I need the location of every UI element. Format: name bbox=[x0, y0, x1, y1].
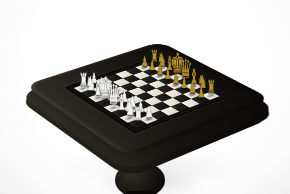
square-d1: ♛ bbox=[104, 103, 123, 112]
piece-contact-shadow bbox=[161, 78, 173, 83]
piece-contact-shadow bbox=[169, 83, 181, 88]
square-e1: ♚ bbox=[96, 98, 115, 107]
piece-contact-shadow bbox=[131, 120, 144, 126]
piece-contact-shadow bbox=[179, 79, 191, 84]
piece-contact-shadow bbox=[153, 74, 165, 79]
black-knight-b8: ♞ bbox=[192, 72, 211, 91]
board-frame: ♜♟♟♜♞♟♟♞♝♟♟♝♛♟♟♛♚♟♟♚♝♟♟♝♞♟♟♞♜♟♟♜ bbox=[64, 57, 230, 134]
piece-contact-shadow bbox=[114, 110, 127, 116]
black-bishop-f8: ♝ bbox=[160, 54, 178, 73]
piece-contact-shadow bbox=[171, 75, 183, 80]
pedestal-stem bbox=[126, 191, 154, 194]
square-h4 bbox=[105, 74, 123, 82]
piece-contact-shadow bbox=[84, 91, 97, 96]
square-h1: ♜ bbox=[74, 84, 92, 92]
piece-contact-shadow bbox=[99, 100, 112, 106]
chess-board: ♜♟♟♜♞♟♟♞♝♟♟♝♛♟♟♛♚♟♟♚♝♟♟♝♞♟♟♞♜♟♟♜ bbox=[74, 61, 220, 128]
piece-contact-shadow bbox=[148, 62, 160, 67]
piece-contact-shadow bbox=[204, 93, 216, 98]
piece-contact-shadow bbox=[123, 115, 136, 121]
piece-contact-shadow bbox=[117, 101, 130, 107]
piece-contact-shadow bbox=[87, 82, 99, 87]
piece-contact-shadow bbox=[125, 106, 138, 112]
black-queen-d8: ♛ bbox=[176, 56, 194, 81]
chess-table-photo: ♜♟♟♜♞♟♟♞♝♟♟♝♛♟♟♛♚♟♟♚♝♟♟♝♞♟♟♞♜♟♟♜ bbox=[0, 0, 290, 194]
piece-contact-shadow bbox=[163, 71, 175, 76]
piece-contact-shadow bbox=[187, 84, 199, 89]
black-bishop-c8: ♝ bbox=[184, 67, 202, 87]
piece-contact-shadow bbox=[155, 66, 167, 71]
table-top: ♜♟♟♜♞♟♟♞♝♟♟♝♛♟♟♛♚♟♟♚♝♟♟♝♞♟♟♞♜♟♟♜ bbox=[24, 42, 271, 157]
piece-contact-shadow bbox=[134, 111, 147, 117]
piece-contact-shadow bbox=[102, 92, 115, 97]
